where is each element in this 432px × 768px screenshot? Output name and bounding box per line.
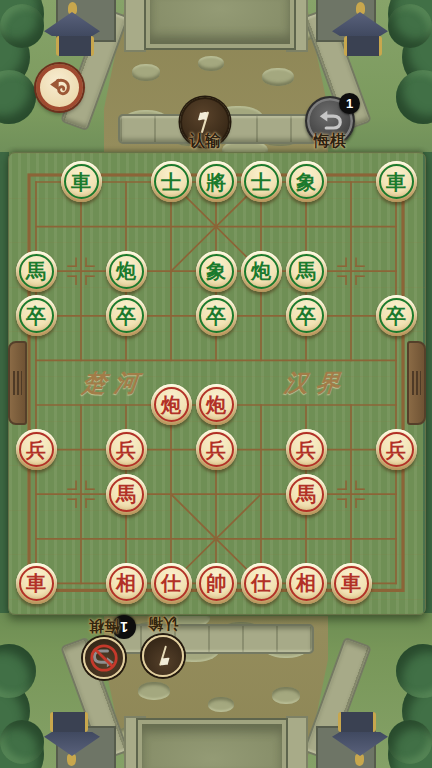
- board-point: [284, 383, 329, 428]
- piece-glyph: 相: [296, 573, 316, 593]
- piece-ring: 馬: [289, 477, 324, 512]
- board-point: 兵: [194, 427, 239, 472]
- board-point: [104, 160, 149, 205]
- piece-red-chariot[interactable]: 車: [331, 563, 372, 604]
- board-point: [14, 472, 59, 517]
- piece-glyph: 卒: [386, 305, 406, 325]
- piece-red-chariot[interactable]: 車: [16, 563, 57, 604]
- piece-ring: 仕: [244, 566, 279, 601]
- piece-ring: 士: [154, 164, 189, 199]
- board-point: [59, 204, 104, 249]
- piece-glyph: 兵: [296, 439, 316, 459]
- piece-black-horse[interactable]: 馬: [286, 251, 327, 292]
- piece-black-chariot[interactable]: 車: [376, 161, 417, 202]
- board-point: 車: [14, 561, 59, 606]
- opponent-undo-unit: 1 悔棋: [74, 617, 134, 679]
- piece-glyph: 象: [296, 171, 316, 191]
- opponent-undo-label: 悔棋: [74, 616, 134, 635]
- board-point: 馬: [284, 249, 329, 294]
- piece-glyph: 仕: [251, 573, 271, 593]
- board-point: 將: [194, 160, 239, 205]
- piece-ring: 相: [109, 566, 144, 601]
- back-button[interactable]: [36, 64, 83, 111]
- bush-left: [0, 0, 82, 128]
- piece-black-advisor[interactable]: 士: [151, 161, 192, 202]
- piece-ring: 兵: [19, 432, 54, 467]
- piece-ring: 卒: [289, 298, 324, 333]
- piece-ring: 炮: [154, 387, 189, 422]
- pieces-layer: 車士將士象車馬炮象炮馬卒卒卒卒卒炮炮兵兵兵兵兵馬馬車相仕帥仕相車: [14, 160, 419, 606]
- xiangqi-game-screen: 楚河 汉界 車士將士象車馬炮象炮馬卒卒卒卒卒炮炮兵兵兵兵兵馬馬車相仕帥仕相車 认…: [0, 0, 432, 768]
- piece-glyph: 炮: [116, 261, 136, 281]
- board-point: 士: [239, 160, 284, 205]
- flagstone: [208, 697, 234, 712]
- board-point: 卒: [374, 293, 419, 338]
- board-point: [329, 249, 374, 294]
- flagstone: [272, 687, 300, 704]
- opponent-resign-button[interactable]: [142, 635, 184, 677]
- opponent-undo-button[interactable]: 1: [83, 637, 125, 679]
- piece-ring: 車: [64, 164, 99, 199]
- board-point: 炮: [104, 249, 149, 294]
- board-point: [149, 249, 194, 294]
- piece-black-chariot[interactable]: 車: [61, 161, 102, 202]
- board-point: [149, 204, 194, 249]
- undo-arrow-prohibited-icon: [89, 643, 119, 673]
- piece-ring: 車: [379, 164, 414, 199]
- board-point: [284, 516, 329, 561]
- board-point: 相: [104, 561, 149, 606]
- piece-ring: 卒: [199, 298, 234, 333]
- board-point: [104, 204, 149, 249]
- foliage-blob: [0, 4, 44, 48]
- piece-red-soldier[interactable]: 兵: [106, 429, 147, 470]
- board-point: 象: [194, 249, 239, 294]
- piece-ring: 卒: [109, 298, 144, 333]
- board-point: [329, 293, 374, 338]
- board-point: [104, 516, 149, 561]
- board-point: [194, 204, 239, 249]
- piece-black-advisor[interactable]: 士: [241, 161, 282, 202]
- piece-glyph: 士: [251, 171, 271, 191]
- board-point: 馬: [104, 472, 149, 517]
- board-point: 兵: [284, 427, 329, 472]
- piece-glyph: 卒: [296, 305, 316, 325]
- board-point: [329, 516, 374, 561]
- board-point: 卒: [14, 293, 59, 338]
- opponent-resign-unit: 认输: [133, 615, 193, 677]
- board-point: [194, 472, 239, 517]
- xiangqi-board[interactable]: 楚河 汉界 車士將士象車馬炮象炮馬卒卒卒卒卒炮炮兵兵兵兵兵馬馬車相仕帥仕相車: [8, 152, 426, 615]
- piece-ring: 象: [289, 164, 324, 199]
- board-point: [374, 561, 419, 606]
- board-point: [149, 338, 194, 383]
- piece-glyph: 卒: [26, 305, 46, 325]
- board-point: [374, 249, 419, 294]
- piece-glyph: 仕: [161, 573, 181, 593]
- piece-ring: 仕: [154, 566, 189, 601]
- piece-ring: 卒: [19, 298, 54, 333]
- background-bottom: [0, 613, 432, 768]
- carved-altar-panel: [138, 720, 286, 768]
- board-point: [374, 383, 419, 428]
- piece-glyph: 將: [206, 171, 226, 191]
- board-point: 兵: [374, 427, 419, 472]
- board-point: 馬: [284, 472, 329, 517]
- foliage-blob: [396, 70, 432, 124]
- piece-red-soldier[interactable]: 兵: [286, 429, 327, 470]
- board-point: [284, 204, 329, 249]
- piece-black-soldier[interactable]: 卒: [16, 295, 57, 336]
- foliage-blob: [396, 644, 432, 698]
- piece-glyph: 兵: [116, 439, 136, 459]
- flagstone: [132, 64, 160, 81]
- board-point: 馬: [14, 249, 59, 294]
- board-point: [194, 516, 239, 561]
- piece-ring: 象: [199, 254, 234, 289]
- board-point: 兵: [14, 427, 59, 472]
- piece-ring: 炮: [199, 387, 234, 422]
- board-point: 車: [329, 561, 374, 606]
- piece-glyph: 帥: [206, 573, 226, 593]
- piece-ring: 兵: [109, 432, 144, 467]
- board-point: 帥: [194, 561, 239, 606]
- undo-label: 悔棋: [300, 131, 360, 152]
- board-point: [104, 338, 149, 383]
- piece-red-soldier[interactable]: 兵: [376, 429, 417, 470]
- board-point: 仕: [149, 561, 194, 606]
- carved-altar-panel: [146, 0, 294, 48]
- board-point: 相: [284, 561, 329, 606]
- board-point: [59, 472, 104, 517]
- piece-glyph: 兵: [206, 439, 226, 459]
- piece-glyph: 炮: [251, 261, 271, 281]
- piece-ring: 士: [244, 164, 279, 199]
- board-point: [329, 472, 374, 517]
- piece-black-elephant[interactable]: 象: [286, 161, 327, 202]
- board-point: [329, 204, 374, 249]
- piece-glyph: 炮: [206, 394, 226, 414]
- board-point: [59, 249, 104, 294]
- piece-glyph: 車: [26, 573, 46, 593]
- piece-glyph: 馬: [296, 484, 316, 504]
- piece-red-horse[interactable]: 馬: [106, 474, 147, 515]
- piece-ring: 卒: [379, 298, 414, 333]
- board-point: [239, 516, 284, 561]
- piece-glyph: 象: [206, 261, 226, 281]
- foliage-blob: [0, 644, 36, 698]
- board-point: [374, 338, 419, 383]
- board-point: [329, 427, 374, 472]
- piece-black-horse[interactable]: 馬: [16, 251, 57, 292]
- piece-glyph: 兵: [26, 439, 46, 459]
- piece-black-soldier[interactable]: 卒: [106, 295, 147, 336]
- bush-right: [350, 0, 432, 128]
- board-point: 象: [284, 160, 329, 205]
- board-point: 炮: [149, 383, 194, 428]
- piece-ring: 兵: [199, 432, 234, 467]
- board-point: [14, 338, 59, 383]
- board-point: [14, 160, 59, 205]
- board-point: [239, 383, 284, 428]
- board-point: [239, 293, 284, 338]
- board-point: [59, 383, 104, 428]
- piece-red-elephant[interactable]: 相: [286, 563, 327, 604]
- board-point: [59, 427, 104, 472]
- board-point: 炮: [194, 383, 239, 428]
- board-point: [149, 293, 194, 338]
- board-point: 車: [59, 160, 104, 205]
- piece-red-advisor[interactable]: 仕: [151, 563, 192, 604]
- piece-black-cannon[interactable]: 炮: [106, 251, 147, 292]
- piece-red-horse[interactable]: 馬: [286, 474, 327, 515]
- piece-red-soldier[interactable]: 兵: [196, 429, 237, 470]
- board-point: [239, 204, 284, 249]
- board-point: 車: [374, 160, 419, 205]
- board-point: [194, 338, 239, 383]
- board-point: 卒: [194, 293, 239, 338]
- piece-black-cannon[interactable]: 炮: [241, 251, 282, 292]
- board-point: [329, 383, 374, 428]
- board-point: [149, 516, 194, 561]
- foliage-blob: [388, 720, 432, 764]
- piece-glyph: 相: [116, 573, 136, 593]
- piece-red-elephant[interactable]: 相: [106, 563, 147, 604]
- undo-count-badge: 1: [339, 93, 360, 114]
- piece-red-general[interactable]: 帥: [196, 563, 237, 604]
- pillar-left: [124, 0, 146, 52]
- board-point: [374, 472, 419, 517]
- opponent-resign-label: 认输: [133, 614, 193, 633]
- board-point: [59, 293, 104, 338]
- resign-label: 认输: [175, 131, 235, 152]
- piece-ring: 炮: [109, 254, 144, 289]
- piece-glyph: 車: [386, 171, 406, 191]
- board-point: 炮: [239, 249, 284, 294]
- piece-black-soldier[interactable]: 卒: [376, 295, 417, 336]
- piece-glyph: 馬: [296, 261, 316, 281]
- piece-glyph: 兵: [386, 439, 406, 459]
- bush-right: [0, 640, 82, 768]
- board-point: [59, 338, 104, 383]
- piece-glyph: 卒: [116, 305, 136, 325]
- board-point: [329, 338, 374, 383]
- board-point: 仕: [239, 561, 284, 606]
- piece-black-general[interactable]: 將: [196, 161, 237, 202]
- board-point: [14, 516, 59, 561]
- piece-red-cannon[interactable]: 炮: [196, 384, 237, 425]
- piece-ring: 兵: [379, 432, 414, 467]
- board-point: [284, 338, 329, 383]
- board-point: [239, 472, 284, 517]
- white-flag-icon: [150, 643, 176, 669]
- board-point: [14, 204, 59, 249]
- board-point: [329, 160, 374, 205]
- board-point: [374, 516, 419, 561]
- bush-left: [350, 640, 432, 768]
- foliage-blob: [0, 720, 44, 764]
- board-point: [59, 516, 104, 561]
- flagstone: [138, 682, 170, 700]
- piece-glyph: 卒: [206, 305, 226, 325]
- piece-red-cannon[interactable]: 炮: [151, 384, 192, 425]
- piece-ring: 炮: [244, 254, 279, 289]
- flagstone: [198, 56, 224, 71]
- piece-ring: 將: [199, 164, 234, 199]
- piece-ring: 帥: [199, 566, 234, 601]
- board-point: [239, 338, 284, 383]
- foliage-blob: [0, 70, 36, 124]
- board-point: [14, 383, 59, 428]
- pillar-left: [286, 716, 308, 768]
- piece-black-soldier[interactable]: 卒: [286, 295, 327, 336]
- board-point: [149, 427, 194, 472]
- piece-glyph: 馬: [26, 261, 46, 281]
- board-point: [239, 427, 284, 472]
- board-point: [59, 561, 104, 606]
- board-point: [104, 383, 149, 428]
- piece-red-advisor[interactable]: 仕: [241, 563, 282, 604]
- piece-glyph: 馬: [116, 484, 136, 504]
- flagstone: [262, 68, 294, 86]
- piece-ring: 馬: [109, 477, 144, 512]
- piece-glyph: 車: [341, 573, 361, 593]
- piece-ring: 相: [289, 566, 324, 601]
- board-point: 士: [149, 160, 194, 205]
- board-point: 兵: [104, 427, 149, 472]
- piece-glyph: 炮: [161, 394, 181, 414]
- board-point: 卒: [104, 293, 149, 338]
- piece-ring: 馬: [289, 254, 324, 289]
- piece-red-soldier[interactable]: 兵: [16, 429, 57, 470]
- piece-black-elephant[interactable]: 象: [196, 251, 237, 292]
- piece-glyph: 士: [161, 171, 181, 191]
- piece-ring: 馬: [19, 254, 54, 289]
- piece-ring: 兵: [289, 432, 324, 467]
- courtyard-structure: [0, 616, 432, 768]
- board-point: [374, 204, 419, 249]
- board-point: 卒: [284, 293, 329, 338]
- undo-swirl-arrow-icon: [46, 74, 73, 101]
- piece-ring: 車: [334, 566, 369, 601]
- piece-ring: 車: [19, 566, 54, 601]
- board-point: [149, 472, 194, 517]
- foliage-blob: [388, 4, 432, 48]
- piece-glyph: 車: [71, 171, 91, 191]
- piece-black-soldier[interactable]: 卒: [196, 295, 237, 336]
